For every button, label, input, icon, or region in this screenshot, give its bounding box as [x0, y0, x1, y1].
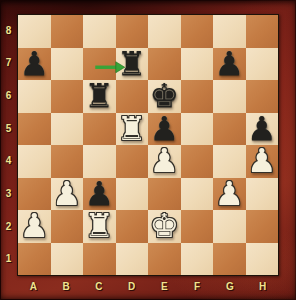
square-d6[interactable] — [116, 80, 149, 113]
file-label-b: B — [50, 276, 83, 296]
rank-label-8: 8 — [0, 14, 17, 47]
chess-board: ♟♜♟♜♚♜♟♟♟♟♟♟♟♟♜♚ — [17, 14, 279, 276]
square-b2[interactable] — [51, 210, 84, 243]
piece-black-rook[interactable]: ♜ — [117, 48, 147, 81]
square-c8[interactable] — [83, 15, 116, 48]
square-d8[interactable] — [116, 15, 149, 48]
piece-black-king[interactable]: ♚ — [149, 80, 179, 113]
square-g1[interactable] — [213, 243, 246, 276]
square-f2[interactable] — [181, 210, 214, 243]
piece-black-pawn[interactable]: ♟ — [19, 48, 49, 81]
piece-black-pawn[interactable]: ♟ — [214, 48, 244, 81]
rank-label-5: 5 — [0, 112, 17, 145]
square-h6[interactable] — [246, 80, 279, 113]
square-d5[interactable]: ♜ — [116, 113, 149, 146]
file-label-f: F — [181, 276, 214, 296]
rank-label-2: 2 — [0, 210, 17, 243]
rank-label-7: 7 — [0, 47, 17, 80]
square-g8[interactable] — [213, 15, 246, 48]
square-e2[interactable]: ♚ — [148, 210, 181, 243]
square-c6[interactable]: ♜ — [83, 80, 116, 113]
square-f8[interactable] — [181, 15, 214, 48]
square-e8[interactable] — [148, 15, 181, 48]
piece-black-rook[interactable]: ♜ — [84, 80, 114, 113]
square-f1[interactable] — [181, 243, 214, 276]
piece-white-pawn[interactable]: ♟ — [149, 145, 179, 178]
square-d3[interactable] — [116, 178, 149, 211]
square-h1[interactable] — [246, 243, 279, 276]
square-g6[interactable] — [213, 80, 246, 113]
square-a4[interactable] — [18, 145, 51, 178]
square-c4[interactable] — [83, 145, 116, 178]
square-e1[interactable] — [148, 243, 181, 276]
rank-label-6: 6 — [0, 79, 17, 112]
piece-white-pawn[interactable]: ♟ — [52, 178, 82, 211]
rank-label-4: 4 — [0, 145, 17, 178]
square-d4[interactable] — [116, 145, 149, 178]
square-b6[interactable] — [51, 80, 84, 113]
square-e6[interactable]: ♚ — [148, 80, 181, 113]
file-label-e: E — [148, 276, 181, 296]
file-label-d: D — [115, 276, 148, 296]
square-b3[interactable]: ♟ — [51, 178, 84, 211]
piece-white-king[interactable]: ♚ — [149, 210, 179, 243]
square-a7[interactable]: ♟ — [18, 48, 51, 81]
square-e4[interactable]: ♟ — [148, 145, 181, 178]
square-c5[interactable] — [83, 113, 116, 146]
square-b7[interactable] — [51, 48, 84, 81]
square-b1[interactable] — [51, 243, 84, 276]
square-a1[interactable] — [18, 243, 51, 276]
square-f5[interactable] — [181, 113, 214, 146]
rank-labels: 87654321 — [0, 14, 17, 275]
piece-white-pawn[interactable]: ♟ — [247, 145, 277, 178]
square-d7[interactable]: ♜ — [116, 48, 149, 81]
square-d1[interactable] — [116, 243, 149, 276]
square-b4[interactable] — [51, 145, 84, 178]
file-label-a: A — [17, 276, 50, 296]
square-b5[interactable] — [51, 113, 84, 146]
rank-label-1: 1 — [0, 242, 17, 275]
square-h8[interactable] — [246, 15, 279, 48]
square-a2[interactable]: ♟ — [18, 210, 51, 243]
square-a8[interactable] — [18, 15, 51, 48]
square-h3[interactable] — [246, 178, 279, 211]
file-label-g: G — [214, 276, 247, 296]
square-f4[interactable] — [181, 145, 214, 178]
square-a6[interactable] — [18, 80, 51, 113]
square-b8[interactable] — [51, 15, 84, 48]
piece-white-rook[interactable]: ♜ — [117, 113, 147, 146]
square-f6[interactable] — [181, 80, 214, 113]
square-f3[interactable] — [181, 178, 214, 211]
square-f7[interactable] — [181, 48, 214, 81]
square-d2[interactable] — [116, 210, 149, 243]
square-h2[interactable] — [246, 210, 279, 243]
square-g5[interactable] — [213, 113, 246, 146]
square-h7[interactable] — [246, 48, 279, 81]
square-a5[interactable] — [18, 113, 51, 146]
square-h4[interactable]: ♟ — [246, 145, 279, 178]
chess-diagram: 87654321 ♟♜♟♜♚♜♟♟♟♟♟♟♟♟♜♚ ABCDEFGH — [0, 0, 296, 300]
file-labels: ABCDEFGH — [17, 276, 279, 296]
square-c1[interactable] — [83, 243, 116, 276]
file-label-h: H — [246, 276, 279, 296]
piece-white-rook[interactable]: ♜ — [84, 210, 114, 243]
rank-label-3: 3 — [0, 177, 17, 210]
piece-white-pawn[interactable]: ♟ — [19, 210, 49, 243]
square-c2[interactable]: ♜ — [83, 210, 116, 243]
square-g7[interactable]: ♟ — [213, 48, 246, 81]
file-label-c: C — [83, 276, 116, 296]
square-g3[interactable]: ♟ — [213, 178, 246, 211]
square-g2[interactable] — [213, 210, 246, 243]
piece-white-pawn[interactable]: ♟ — [214, 178, 244, 211]
square-g4[interactable] — [213, 145, 246, 178]
